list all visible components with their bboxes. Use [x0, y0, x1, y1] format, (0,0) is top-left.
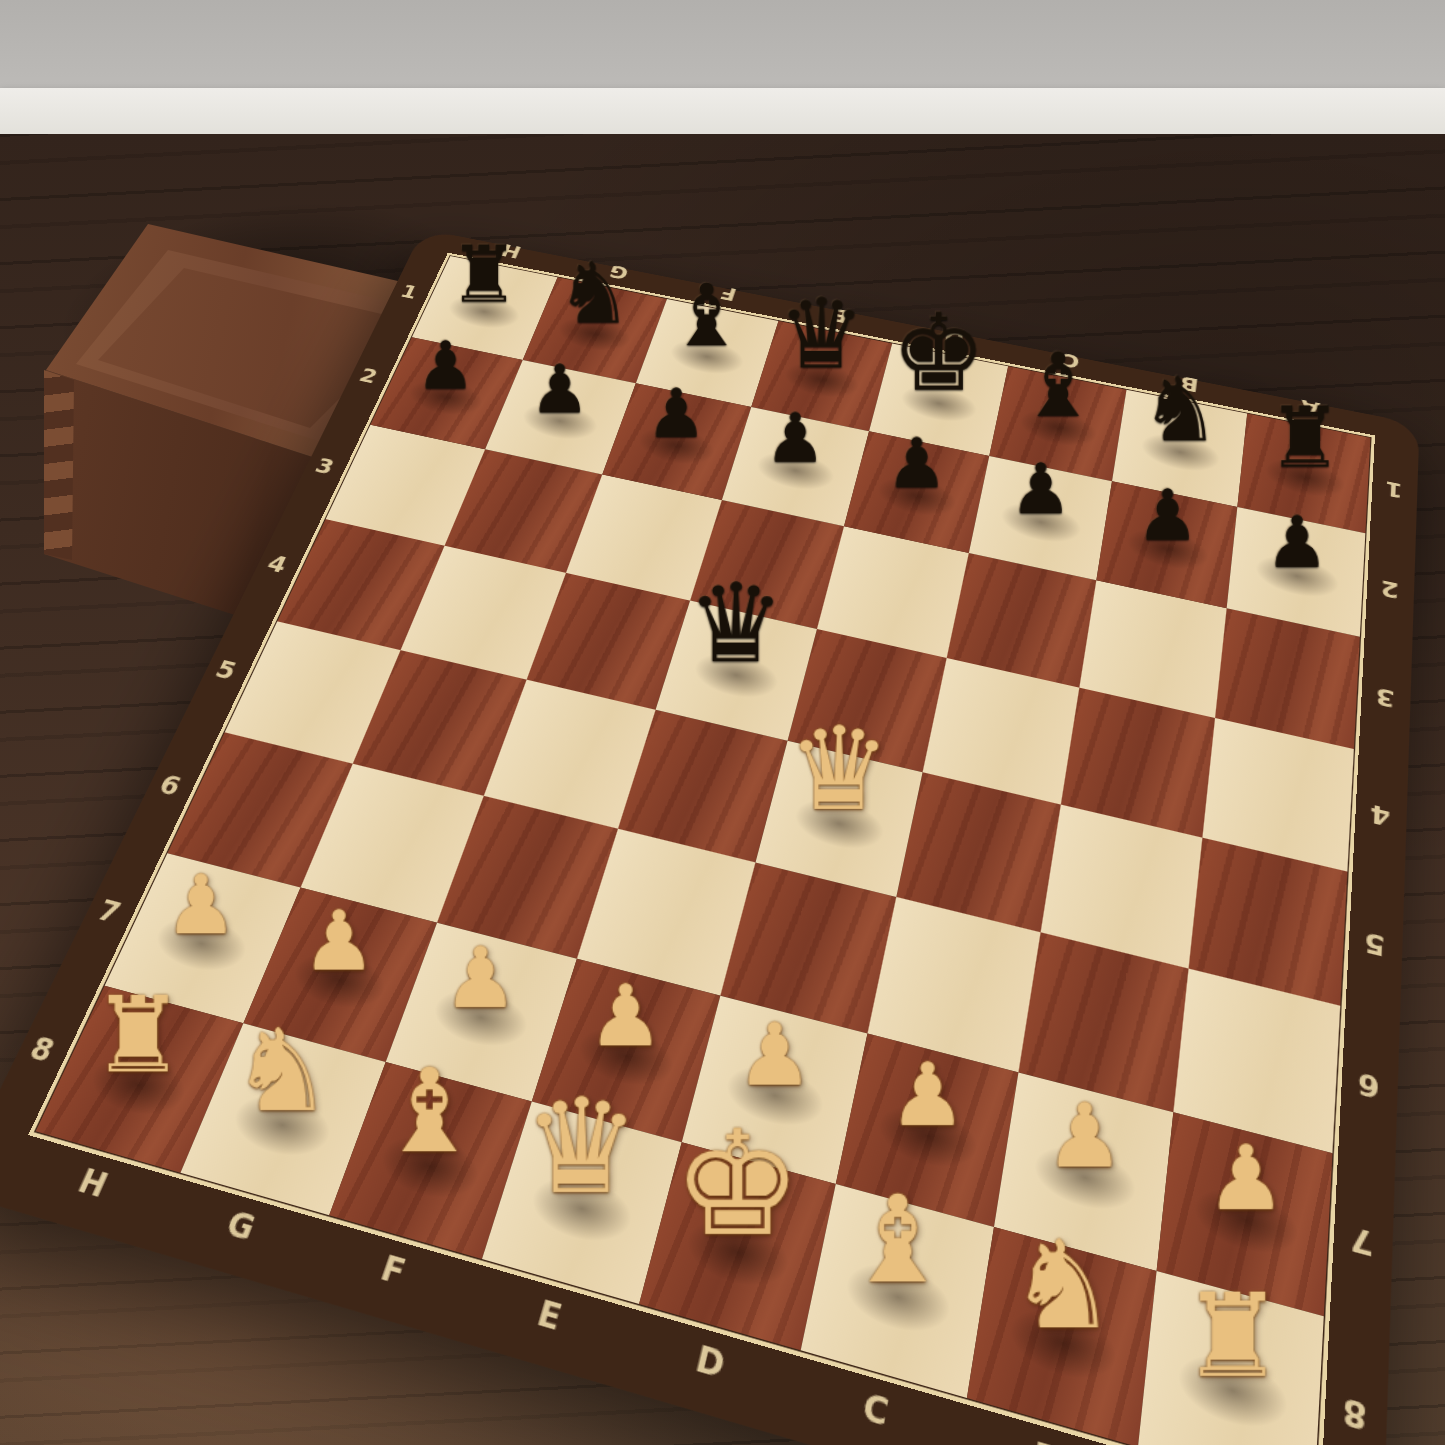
piece-black-bishop-c1: ♝ — [1018, 344, 1097, 428]
piece-white-rook-a8: ♜ — [1180, 1282, 1283, 1391]
piece-white-pawn-d7: ♟ — [736, 1014, 813, 1096]
piece-white-pawn-f7: ♟ — [442, 938, 517, 1018]
piece-white-pawn-h7: ♟ — [164, 866, 237, 944]
piece-black-pawn-e2: ♟ — [764, 406, 825, 471]
piece-white-pawn-b7: ♟ — [1044, 1094, 1123, 1178]
rank-label-2: 2 — [1360, 533, 1417, 648]
piece-black-pawn-f2: ♟ — [646, 381, 707, 445]
piece-white-rook-h8: ♜ — [90, 986, 184, 1085]
piece-black-pawn-c2: ♟ — [1009, 456, 1072, 523]
piece-black-pawn-d2: ♟ — [885, 431, 947, 497]
piece-black-pawn-h2: ♟ — [415, 334, 475, 397]
piece-black-rook-a1: ♜ — [1267, 398, 1342, 478]
piece-white-bishop-c8: ♝ — [843, 1183, 951, 1298]
piece-black-queen-e4: ♛ — [687, 572, 785, 676]
piece-white-pawn-g7: ♟ — [301, 902, 375, 981]
rank-label-3: 3 — [1354, 637, 1414, 762]
piece-black-knight-g1: ♞ — [556, 253, 632, 334]
piece-black-queen-e1: ♛ — [778, 288, 865, 380]
piece-white-knight-g8: ♞ — [230, 1017, 332, 1126]
chessboard-scene: HGFEDCBA HGFEDCBA 12345678 12345678 ♜♞♝♛… — [300, 60, 1445, 1440]
piece-white-bishop-f8: ♝ — [377, 1057, 481, 1167]
rank-label-4: 4 — [1347, 749, 1410, 885]
piece-white-queen-e8: ♛ — [522, 1084, 640, 1209]
piece-white-pawn-a7: ♟ — [1205, 1135, 1285, 1220]
piece-black-pawn-b2: ♟ — [1135, 482, 1198, 549]
piece-white-pawn-e7: ♟ — [587, 976, 663, 1057]
piece-black-bishop-f1: ♝ — [668, 275, 745, 356]
piece-white-knight-b8: ♞ — [1007, 1227, 1117, 1343]
piece-white-queen-d5: ♛ — [787, 714, 890, 824]
piece-white-pawn-c7: ♟ — [888, 1053, 966, 1136]
rank-label-7: 7 — [1324, 1153, 1397, 1335]
piece-black-king-d1: ♚ — [891, 303, 986, 404]
piece-black-knight-b1: ♞ — [1140, 368, 1220, 453]
rank-label-1: 1 — [1365, 438, 1420, 544]
piece-white-king-d8: ♚ — [672, 1115, 802, 1252]
piece-black-pawn-a2: ♟ — [1264, 508, 1328, 576]
piece-black-pawn-g2: ♟ — [529, 358, 589, 422]
piece-black-rook-h1: ♜ — [448, 238, 518, 312]
